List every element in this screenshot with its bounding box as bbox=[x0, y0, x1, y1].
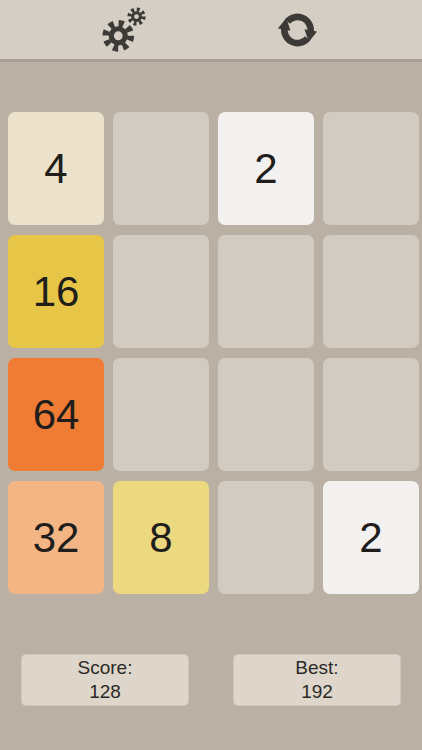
settings-button[interactable] bbox=[100, 3, 150, 57]
tile-4: 4 bbox=[8, 112, 104, 225]
best-label: Best: bbox=[295, 656, 338, 680]
empty-cell bbox=[218, 358, 314, 471]
tile-16: 16 bbox=[8, 235, 104, 348]
empty-cell bbox=[323, 358, 419, 471]
empty-cell bbox=[113, 358, 209, 471]
score-label: Score: bbox=[78, 656, 133, 680]
empty-cell bbox=[218, 235, 314, 348]
tile-64: 64 bbox=[8, 358, 104, 471]
main-area: 4216643282 Score: 128 Best: 192 bbox=[0, 112, 422, 706]
tile-32: 32 bbox=[8, 481, 104, 594]
empty-cell bbox=[323, 235, 419, 348]
app-root: 4216643282 Score: 128 Best: 192 bbox=[0, 0, 422, 750]
empty-cell bbox=[323, 112, 419, 225]
empty-cell bbox=[113, 112, 209, 225]
best-value: 192 bbox=[301, 680, 333, 704]
score-row: Score: 128 Best: 192 bbox=[21, 654, 401, 706]
best-box: Best: 192 bbox=[233, 654, 401, 706]
tile-2: 2 bbox=[323, 481, 419, 594]
top-bar bbox=[0, 0, 422, 62]
score-value: 128 bbox=[89, 680, 121, 704]
tile-8: 8 bbox=[113, 481, 209, 594]
tile-2: 2 bbox=[218, 112, 314, 225]
refresh-icon bbox=[274, 5, 321, 55]
restart-button[interactable] bbox=[272, 3, 322, 57]
gear-icon bbox=[100, 4, 150, 56]
score-box: Score: 128 bbox=[21, 654, 189, 706]
empty-cell bbox=[113, 235, 209, 348]
empty-cell bbox=[218, 481, 314, 594]
board-2048[interactable]: 4216643282 bbox=[8, 112, 419, 594]
